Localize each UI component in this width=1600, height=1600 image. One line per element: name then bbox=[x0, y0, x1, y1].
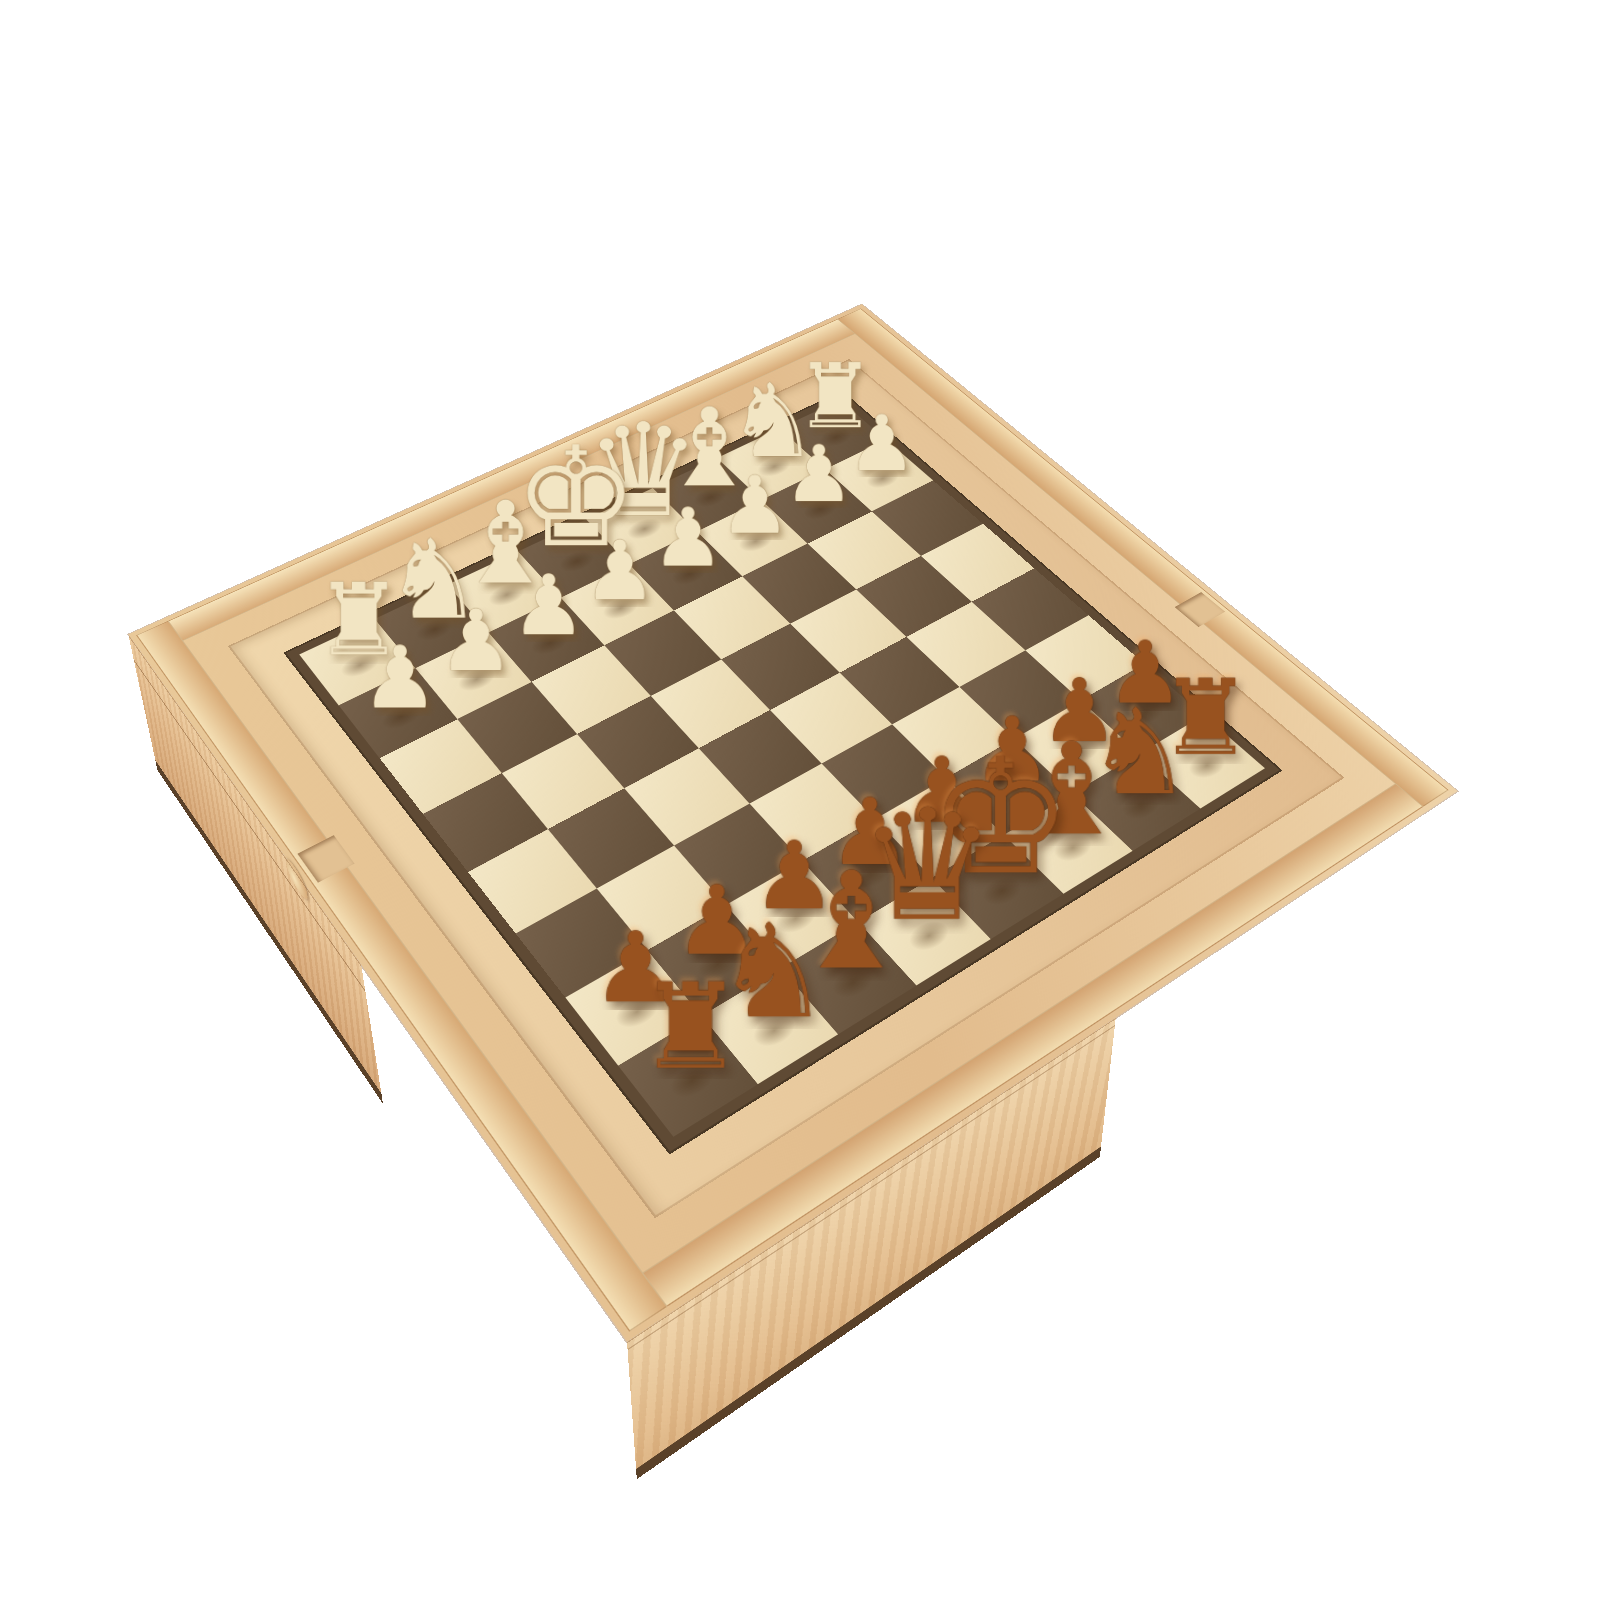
square-b3[interactable] bbox=[808, 512, 921, 590]
bishop-glyph: ♝ bbox=[661, 397, 758, 500]
square-f2[interactable]: ♟ bbox=[489, 598, 604, 682]
square-c3[interactable] bbox=[742, 544, 856, 624]
square-a5[interactable] bbox=[971, 568, 1088, 650]
piece-shadow bbox=[517, 621, 582, 665]
square-e3[interactable] bbox=[604, 611, 721, 696]
square-f1[interactable]: ♝ bbox=[447, 552, 560, 633]
square-g3[interactable] bbox=[457, 682, 577, 773]
piece-shadow bbox=[588, 587, 652, 630]
piece-shadow bbox=[680, 478, 741, 517]
rook-glyph: ♜ bbox=[638, 971, 744, 1084]
queen-glyph: ♛ bbox=[586, 409, 701, 531]
square-d3[interactable] bbox=[674, 577, 789, 660]
piece-shadow bbox=[724, 521, 786, 561]
square-g4[interactable] bbox=[501, 734, 624, 830]
square-d4[interactable] bbox=[721, 624, 839, 710]
pawn-glyph: ♟ bbox=[511, 567, 586, 646]
square-d2[interactable]: ♟ bbox=[629, 531, 742, 610]
lid-rail-far bbox=[136, 308, 879, 655]
knight-glyph: ♞ bbox=[385, 528, 484, 632]
king-glyph: ♚ bbox=[514, 433, 638, 564]
piece-shadow bbox=[744, 448, 804, 486]
square-a4[interactable] bbox=[920, 524, 1034, 603]
square-b5[interactable] bbox=[906, 602, 1024, 687]
pawn-glyph: ♟ bbox=[719, 468, 790, 544]
piece-shadow bbox=[545, 541, 608, 582]
bishop-glyph: ♝ bbox=[455, 490, 557, 598]
square-c4[interactable] bbox=[790, 589, 907, 673]
square-b2[interactable]: ♟ bbox=[761, 469, 871, 543]
chess-box: ♜♞♝♚♛♝♞♜♟♟♟♟♟♟♟♟♟♟♟♟♟♟♟♟♜♞♝♛♚♝♞♜ bbox=[128, 304, 1457, 1342]
pawn-glyph: ♟ bbox=[847, 408, 916, 481]
piece-shadow bbox=[789, 490, 850, 529]
piece-shadow bbox=[443, 656, 509, 702]
box-lid: ♜♞♝♚♛♝♞♜♟♟♟♟♟♟♟♟♟♟♟♟♟♟♟♟♜♞♝♛♚♝♞♜ bbox=[128, 304, 1457, 1342]
square-h2[interactable]: ♟ bbox=[339, 668, 457, 758]
knight-glyph: ♞ bbox=[728, 373, 819, 470]
square-a3[interactable] bbox=[871, 481, 982, 556]
rail-knob-slot bbox=[298, 835, 355, 883]
square-e2[interactable]: ♟ bbox=[560, 564, 674, 646]
square-a2[interactable]: ♟ bbox=[824, 439, 933, 511]
pawn-glyph: ♟ bbox=[652, 500, 724, 577]
rook-glyph: ♜ bbox=[795, 355, 875, 440]
square-c2[interactable]: ♟ bbox=[696, 500, 807, 577]
piece-shadow bbox=[807, 419, 866, 455]
piece-shadow bbox=[852, 459, 912, 497]
square-h8[interactable]: ♜ bbox=[618, 1016, 757, 1137]
pawn-glyph: ♟ bbox=[583, 533, 657, 611]
pawn-glyph: ♟ bbox=[438, 601, 514, 682]
square-c1[interactable]: ♝ bbox=[653, 458, 762, 532]
square-b1[interactable]: ♞ bbox=[717, 428, 825, 499]
product-photo-scene: ♜♞♝♚♛♝♞♜♟♟♟♟♟♟♟♟♟♟♟♟♟♟♟♟♜♞♝♛♚♝♞♜ bbox=[0, 0, 1600, 1600]
piece-shadow bbox=[657, 553, 720, 595]
square-e1[interactable]: ♚ bbox=[518, 519, 629, 597]
square-d1[interactable]: ♛ bbox=[586, 488, 696, 564]
pawn-glyph: ♟ bbox=[361, 637, 438, 719]
piece-shadow bbox=[614, 509, 676, 549]
square-a1[interactable]: ♜ bbox=[779, 400, 885, 469]
piece-shadow bbox=[475, 574, 539, 616]
pawn-glyph: ♟ bbox=[784, 438, 854, 512]
square-b4[interactable] bbox=[856, 556, 971, 637]
